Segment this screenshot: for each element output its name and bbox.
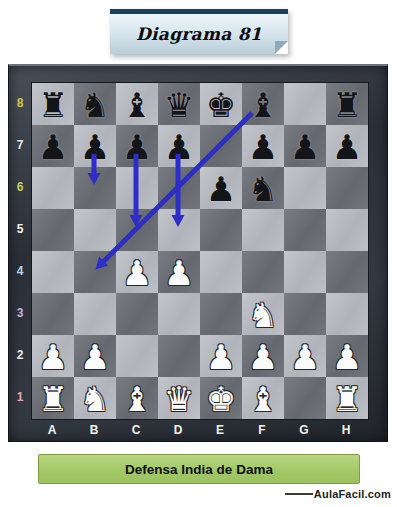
square-h6 [326,167,368,209]
square-b7: ♟ [74,125,116,167]
square-b2: ♟ [74,335,116,377]
square-d1: ♛ [158,377,200,419]
piece-black-pawn: ♟ [116,125,158,167]
square-d6 [158,167,200,209]
piece-white-pawn: ♟ [116,251,158,293]
square-e7 [200,125,242,167]
rank-label-5: 5 [9,223,31,235]
square-h4 [326,251,368,293]
square-f5 [242,209,284,251]
square-e5 [200,209,242,251]
piece-black-knight: ♞ [74,83,116,125]
caption-label: Defensa India de Dama [125,462,273,477]
rank-label-3: 3 [9,307,31,319]
square-c4: ♟ [116,251,158,293]
square-e6: ♟ [200,167,242,209]
square-f8: ♝ [242,83,284,125]
square-f1: ♝ [242,377,284,419]
square-a8: ♜ [32,83,74,125]
square-f7: ♟ [242,125,284,167]
piece-white-pawn: ♟ [32,335,74,377]
piece-black-pawn: ♟ [200,167,242,209]
square-f6: ♞ [242,167,284,209]
square-d7: ♟ [158,125,200,167]
piece-white-rook: ♜ [326,377,368,419]
square-g6 [284,167,326,209]
square-b1: ♞ [74,377,116,419]
piece-white-knight: ♞ [74,377,116,419]
square-c7: ♟ [116,125,158,167]
square-b3 [74,293,116,335]
square-f3: ♞ [242,293,284,335]
square-a3 [32,293,74,335]
square-c8: ♝ [116,83,158,125]
rank-label-8: 8 [9,97,31,109]
piece-black-pawn: ♟ [32,125,74,167]
piece-white-pawn: ♟ [158,251,200,293]
square-d5 [158,209,200,251]
square-c5 [116,209,158,251]
piece-black-pawn: ♟ [74,125,116,167]
square-d8: ♛ [158,83,200,125]
square-h7: ♟ [326,125,368,167]
piece-white-king: ♚ [200,377,242,419]
piece-white-knight: ♞ [242,293,284,335]
piece-black-bishop: ♝ [242,83,284,125]
piece-white-pawn: ♟ [326,335,368,377]
square-g5 [284,209,326,251]
square-g8 [284,83,326,125]
square-d2 [158,335,200,377]
file-label-e: E [216,424,224,436]
square-h5 [326,209,368,251]
square-c1: ♝ [116,377,158,419]
square-h3 [326,293,368,335]
watermark-rule [285,493,313,495]
square-h1: ♜ [326,377,368,419]
square-a1: ♜ [32,377,74,419]
file-label-d: D [174,424,183,436]
square-b8: ♞ [74,83,116,125]
square-a4 [32,251,74,293]
piece-white-bishop: ♝ [116,377,158,419]
square-a7: ♟ [32,125,74,167]
piece-white-pawn: ♟ [284,335,326,377]
square-e8: ♚ [200,83,242,125]
piece-white-rook: ♜ [32,377,74,419]
square-h8: ♜ [326,83,368,125]
square-c6 [116,167,158,209]
diagram-title-banner: Diagrama 81 [110,9,288,54]
square-h2: ♟ [326,335,368,377]
rank-label-4: 4 [9,265,31,277]
square-f2: ♟ [242,335,284,377]
square-g3 [284,293,326,335]
square-f4 [242,251,284,293]
square-e2: ♟ [200,335,242,377]
chess-board: ♜♞♝♛♚♝♜♟♟♟♟♟♟♟♟♞♟♟♞♟♟♟♟♟♟♜♞♝♛♚♝♜ 8765432… [8,64,388,442]
file-label-g: G [299,424,308,436]
piece-white-pawn: ♟ [200,335,242,377]
piece-white-queen: ♛ [158,377,200,419]
square-g7: ♟ [284,125,326,167]
watermark: AulaFacil.com [285,488,391,500]
rank-label-6: 6 [9,181,31,193]
piece-black-pawn: ♟ [242,125,284,167]
file-label-h: H [342,424,351,436]
file-label-b: B [90,424,99,436]
piece-black-knight: ♞ [242,167,284,209]
piece-white-pawn: ♟ [242,335,284,377]
square-b4 [74,251,116,293]
file-label-c: C [132,424,141,436]
piece-white-bishop: ♝ [242,377,284,419]
square-b6 [74,167,116,209]
piece-black-king: ♚ [200,83,242,125]
piece-white-pawn: ♟ [74,335,116,377]
banner-fold-corner [275,41,288,54]
square-d4: ♟ [158,251,200,293]
square-g1 [284,377,326,419]
square-g2: ♟ [284,335,326,377]
rank-label-1: 1 [9,391,31,403]
piece-black-pawn: ♟ [284,125,326,167]
square-g4 [284,251,326,293]
board-squares: ♜♞♝♛♚♝♜♟♟♟♟♟♟♟♟♞♟♟♞♟♟♟♟♟♟♜♞♝♛♚♝♜ [31,82,369,420]
rank-label-2: 2 [9,349,31,361]
piece-black-pawn: ♟ [158,125,200,167]
square-d3 [158,293,200,335]
square-a5 [32,209,74,251]
square-e1: ♚ [200,377,242,419]
square-c2 [116,335,158,377]
square-c3 [116,293,158,335]
caption-bar: Defensa India de Dama [38,454,360,484]
piece-black-queen: ♛ [158,83,200,125]
square-b5 [74,209,116,251]
watermark-text: AulaFacil.com [314,488,391,500]
piece-black-pawn: ♟ [326,125,368,167]
diagram-title: Diagrama 81 [136,24,262,44]
square-a2: ♟ [32,335,74,377]
file-label-a: A [48,424,57,436]
piece-black-bishop: ♝ [116,83,158,125]
piece-black-rook: ♜ [326,83,368,125]
square-e4 [200,251,242,293]
square-a6 [32,167,74,209]
rank-label-7: 7 [9,139,31,151]
square-e3 [200,293,242,335]
file-label-f: F [258,424,265,436]
piece-black-rook: ♜ [32,83,74,125]
